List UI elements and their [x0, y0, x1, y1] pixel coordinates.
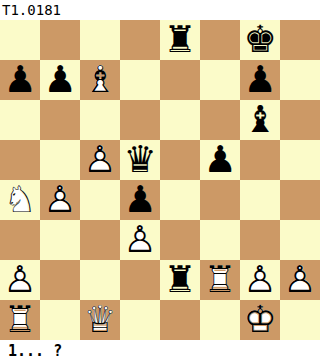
- white-knight-glyph: ♘: [0, 180, 40, 220]
- black-pawn-glyph: ♟: [240, 60, 280, 100]
- piece-black-queen-d5[interactable]: ♛: [120, 140, 160, 180]
- square-c2[interactable]: [80, 260, 120, 300]
- square-c6[interactable]: [80, 100, 120, 140]
- square-e3[interactable]: [160, 220, 200, 260]
- square-d8[interactable]: [120, 20, 160, 60]
- square-g3[interactable]: [240, 220, 280, 260]
- square-b3[interactable]: [40, 220, 80, 260]
- square-a4[interactable]: ♞♘: [0, 180, 40, 220]
- square-a2[interactable]: ♟♙: [0, 260, 40, 300]
- square-c3[interactable]: [80, 220, 120, 260]
- piece-black-pawn-b7[interactable]: ♟: [40, 60, 80, 100]
- square-f6[interactable]: [200, 100, 240, 140]
- white-bishop-glyph: ♗: [80, 60, 120, 100]
- black-pawn-glyph: ♟: [40, 60, 80, 100]
- square-a5[interactable]: [0, 140, 40, 180]
- square-h4[interactable]: [280, 180, 320, 220]
- square-a8[interactable]: [0, 20, 40, 60]
- square-b5[interactable]: [40, 140, 80, 180]
- white-king-glyph: ♔: [240, 300, 280, 340]
- black-bishop-glyph: ♝: [240, 100, 280, 140]
- square-f2[interactable]: ♜♖: [200, 260, 240, 300]
- square-h2[interactable]: ♟♙: [280, 260, 320, 300]
- square-d1[interactable]: [120, 300, 160, 340]
- square-b2[interactable]: [40, 260, 80, 300]
- square-d4[interactable]: ♟: [120, 180, 160, 220]
- black-pawn-glyph: ♟: [200, 140, 240, 180]
- square-e7[interactable]: [160, 60, 200, 100]
- piece-white-pawn-c5[interactable]: ♟♙: [80, 140, 120, 180]
- square-e5[interactable]: [160, 140, 200, 180]
- square-f8[interactable]: [200, 20, 240, 60]
- black-rook-glyph: ♜: [160, 20, 200, 60]
- piece-black-pawn-a7[interactable]: ♟: [0, 60, 40, 100]
- piece-white-bishop-c7[interactable]: ♝♗: [80, 60, 120, 100]
- square-c4[interactable]: [80, 180, 120, 220]
- square-d6[interactable]: [120, 100, 160, 140]
- piece-black-king-g8[interactable]: ♚: [240, 20, 280, 60]
- square-f4[interactable]: [200, 180, 240, 220]
- piece-white-rook-f2[interactable]: ♜♖: [200, 260, 240, 300]
- square-f3[interactable]: [200, 220, 240, 260]
- square-e6[interactable]: [160, 100, 200, 140]
- piece-black-bishop-g6[interactable]: ♝: [240, 100, 280, 140]
- piece-white-pawn-g2[interactable]: ♟♙: [240, 260, 280, 300]
- black-pawn-glyph: ♟: [120, 180, 160, 220]
- piece-black-rook-e2[interactable]: ♜: [160, 260, 200, 300]
- move-prompt: 1... ?: [0, 340, 320, 360]
- square-f5[interactable]: ♟: [200, 140, 240, 180]
- chess-board: ♜♚♟♟♝♗♟♝♟♙♛♟♞♘♟♙♟♟♙♟♙♜♜♖♟♙♟♙♜♖♛♕♚♔: [0, 20, 320, 340]
- square-g8[interactable]: ♚: [240, 20, 280, 60]
- white-pawn-glyph: ♙: [0, 260, 40, 300]
- black-pawn-glyph: ♟: [0, 60, 40, 100]
- square-d7[interactable]: [120, 60, 160, 100]
- white-queen-glyph: ♕: [80, 300, 120, 340]
- square-c5[interactable]: ♟♙: [80, 140, 120, 180]
- piece-white-pawn-b4[interactable]: ♟♙: [40, 180, 80, 220]
- white-pawn-glyph: ♙: [280, 260, 320, 300]
- piece-white-rook-a1[interactable]: ♜♖: [0, 300, 40, 340]
- square-c1[interactable]: ♛♕: [80, 300, 120, 340]
- square-g2[interactable]: ♟♙: [240, 260, 280, 300]
- piece-white-king-g1[interactable]: ♚♔: [240, 300, 280, 340]
- white-pawn-glyph: ♙: [120, 220, 160, 260]
- piece-white-pawn-a2[interactable]: ♟♙: [0, 260, 40, 300]
- square-h6[interactable]: [280, 100, 320, 140]
- square-h1[interactable]: [280, 300, 320, 340]
- square-d3[interactable]: ♟♙: [120, 220, 160, 260]
- square-b8[interactable]: [40, 20, 80, 60]
- puzzle-title: T1.0181: [0, 0, 320, 20]
- square-c8[interactable]: [80, 20, 120, 60]
- square-a7[interactable]: ♟: [0, 60, 40, 100]
- white-pawn-glyph: ♙: [40, 180, 80, 220]
- white-pawn-glyph: ♙: [80, 140, 120, 180]
- square-h7[interactable]: [280, 60, 320, 100]
- square-c7[interactable]: ♝♗: [80, 60, 120, 100]
- black-king-glyph: ♚: [240, 20, 280, 60]
- piece-white-queen-c1[interactable]: ♛♕: [80, 300, 120, 340]
- black-queen-glyph: ♛: [120, 140, 160, 180]
- square-b4[interactable]: ♟♙: [40, 180, 80, 220]
- square-d5[interactable]: ♛: [120, 140, 160, 180]
- square-a1[interactable]: ♜♖: [0, 300, 40, 340]
- square-b6[interactable]: [40, 100, 80, 140]
- piece-white-pawn-d3[interactable]: ♟♙: [120, 220, 160, 260]
- piece-black-pawn-f5[interactable]: ♟: [200, 140, 240, 180]
- square-b7[interactable]: ♟: [40, 60, 80, 100]
- square-e2[interactable]: ♜: [160, 260, 200, 300]
- square-e8[interactable]: ♜: [160, 20, 200, 60]
- square-e1[interactable]: [160, 300, 200, 340]
- white-rook-glyph: ♖: [0, 300, 40, 340]
- square-a3[interactable]: [0, 220, 40, 260]
- piece-white-pawn-h2[interactable]: ♟♙: [280, 260, 320, 300]
- piece-black-pawn-d4[interactable]: ♟: [120, 180, 160, 220]
- square-h5[interactable]: [280, 140, 320, 180]
- square-f1[interactable]: [200, 300, 240, 340]
- square-d2[interactable]: [120, 260, 160, 300]
- piece-black-pawn-g7[interactable]: ♟: [240, 60, 280, 100]
- square-a6[interactable]: [0, 100, 40, 140]
- white-rook-glyph: ♖: [200, 260, 240, 300]
- square-g7[interactable]: ♟: [240, 60, 280, 100]
- square-e4[interactable]: [160, 180, 200, 220]
- square-f7[interactable]: [200, 60, 240, 100]
- black-rook-glyph: ♜: [160, 260, 200, 300]
- square-g6[interactable]: ♝: [240, 100, 280, 140]
- white-pawn-glyph: ♙: [240, 260, 280, 300]
- square-b1[interactable]: [40, 300, 80, 340]
- square-h3[interactable]: [280, 220, 320, 260]
- square-g5[interactable]: [240, 140, 280, 180]
- piece-black-rook-e8[interactable]: ♜: [160, 20, 200, 60]
- piece-white-knight-a4[interactable]: ♞♘: [0, 180, 40, 220]
- square-h8[interactable]: [280, 20, 320, 60]
- square-g4[interactable]: [240, 180, 280, 220]
- square-g1[interactable]: ♚♔: [240, 300, 280, 340]
